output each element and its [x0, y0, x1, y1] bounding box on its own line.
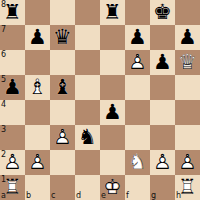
square-f1[interactable]: f: [125, 175, 150, 200]
square-d6[interactable]: [75, 50, 100, 75]
square-b4[interactable]: [25, 100, 50, 125]
square-d1[interactable]: d: [75, 175, 100, 200]
square-g8[interactable]: ♚: [150, 0, 175, 25]
square-a3[interactable]: 3: [0, 125, 25, 150]
white-king-icon[interactable]: ♚♔: [100, 175, 125, 200]
square-d2[interactable]: [75, 150, 100, 175]
square-f2[interactable]: ♞♘: [125, 150, 150, 175]
square-c7[interactable]: ♛: [50, 25, 75, 50]
square-e3[interactable]: [100, 125, 125, 150]
square-e6[interactable]: [100, 50, 125, 75]
black-knight-icon[interactable]: ♞: [75, 125, 100, 150]
square-c2[interactable]: [50, 150, 75, 175]
square-h6[interactable]: ♛♕: [175, 50, 200, 75]
square-b8[interactable]: [25, 0, 50, 25]
square-c1[interactable]: c: [50, 175, 75, 200]
square-a6[interactable]: 6: [0, 50, 25, 75]
square-b5[interactable]: ♝♗: [25, 75, 50, 100]
square-f5[interactable]: [125, 75, 150, 100]
square-d8[interactable]: [75, 0, 100, 25]
square-c3[interactable]: ♟♙: [50, 125, 75, 150]
rank-label-7: 7: [1, 26, 6, 34]
square-b6[interactable]: [25, 50, 50, 75]
rank-label-3: 3: [1, 126, 6, 134]
square-h3[interactable]: [175, 125, 200, 150]
white-pawn-icon[interactable]: ♟♙: [50, 125, 75, 150]
square-b3[interactable]: [25, 125, 50, 150]
white-pawn-icon[interactable]: ♟♙: [175, 150, 200, 175]
square-a8[interactable]: 8♜: [0, 0, 25, 25]
square-f3[interactable]: [125, 125, 150, 150]
square-a4[interactable]: 4: [0, 100, 25, 125]
white-rook-icon[interactable]: ♜♖: [0, 175, 25, 200]
white-bishop-icon[interactable]: ♝♗: [25, 75, 50, 100]
black-pawn-icon[interactable]: ♟: [100, 100, 125, 125]
black-pawn-icon[interactable]: ♟: [150, 50, 175, 75]
square-h5[interactable]: [175, 75, 200, 100]
square-a5[interactable]: 5♟: [0, 75, 25, 100]
square-a7[interactable]: 7: [0, 25, 25, 50]
file-label-b: b: [26, 192, 31, 200]
square-e5[interactable]: [100, 75, 125, 100]
square-c4[interactable]: [50, 100, 75, 125]
square-h4[interactable]: [175, 100, 200, 125]
square-c8[interactable]: [50, 0, 75, 25]
square-h1[interactable]: h♜♖: [175, 175, 200, 200]
black-pawn-icon[interactable]: ♟: [175, 25, 200, 50]
square-f8[interactable]: [125, 0, 150, 25]
square-g5[interactable]: [150, 75, 175, 100]
square-h7[interactable]: ♟: [175, 25, 200, 50]
white-pawn-icon[interactable]: ♟♙: [25, 150, 50, 175]
black-queen-icon[interactable]: ♛: [50, 25, 75, 50]
chess-board: 8♜♜♚7♟♛♟♟6♟♙♟♛♕5♟♝♗♝4♟3♟♙♞2♟♙♟♙♞♘♟♙♟♙1a♜…: [0, 0, 200, 200]
white-pawn-icon[interactable]: ♟♙: [0, 150, 25, 175]
file-label-f: f: [126, 192, 129, 200]
square-f7[interactable]: ♟: [125, 25, 150, 50]
file-label-c: c: [51, 192, 55, 200]
square-e7[interactable]: [100, 25, 125, 50]
square-e4[interactable]: ♟: [100, 100, 125, 125]
square-f4[interactable]: [125, 100, 150, 125]
square-b7[interactable]: ♟: [25, 25, 50, 50]
square-e2[interactable]: [100, 150, 125, 175]
square-e1[interactable]: e♚♔: [100, 175, 125, 200]
square-c6[interactable]: [50, 50, 75, 75]
white-pawn-icon[interactable]: ♟♙: [150, 150, 175, 175]
black-pawn-icon[interactable]: ♟: [25, 25, 50, 50]
square-c5[interactable]: ♝: [50, 75, 75, 100]
square-g3[interactable]: [150, 125, 175, 150]
black-pawn-icon[interactable]: ♟: [0, 75, 25, 100]
square-h8[interactable]: [175, 0, 200, 25]
square-d3[interactable]: ♞: [75, 125, 100, 150]
square-g4[interactable]: [150, 100, 175, 125]
white-knight-icon[interactable]: ♞♘: [125, 150, 150, 175]
black-pawn-icon[interactable]: ♟: [125, 25, 150, 50]
black-bishop-icon[interactable]: ♝: [50, 75, 75, 100]
square-a1[interactable]: 1a♜♖: [0, 175, 25, 200]
square-g2[interactable]: ♟♙: [150, 150, 175, 175]
square-a2[interactable]: 2♟♙: [0, 150, 25, 175]
file-label-g: g: [151, 192, 156, 200]
square-d4[interactable]: [75, 100, 100, 125]
square-g7[interactable]: [150, 25, 175, 50]
white-rook-icon[interactable]: ♜♖: [175, 175, 200, 200]
square-d7[interactable]: [75, 25, 100, 50]
square-f6[interactable]: ♟♙: [125, 50, 150, 75]
black-king-icon[interactable]: ♚: [150, 0, 175, 25]
rank-label-4: 4: [1, 101, 6, 109]
white-pawn-icon[interactable]: ♟♙: [125, 50, 150, 75]
square-d5[interactable]: [75, 75, 100, 100]
square-b2[interactable]: ♟♙: [25, 150, 50, 175]
square-g1[interactable]: g: [150, 175, 175, 200]
rank-label-6: 6: [1, 51, 6, 59]
square-h2[interactable]: ♟♙: [175, 150, 200, 175]
black-rook-icon[interactable]: ♜: [100, 0, 125, 25]
black-rook-icon[interactable]: ♜: [0, 0, 25, 25]
square-g6[interactable]: ♟: [150, 50, 175, 75]
square-b1[interactable]: b: [25, 175, 50, 200]
white-queen-icon[interactable]: ♛♕: [175, 50, 200, 75]
square-e8[interactable]: ♜: [100, 0, 125, 25]
file-label-d: d: [76, 192, 81, 200]
